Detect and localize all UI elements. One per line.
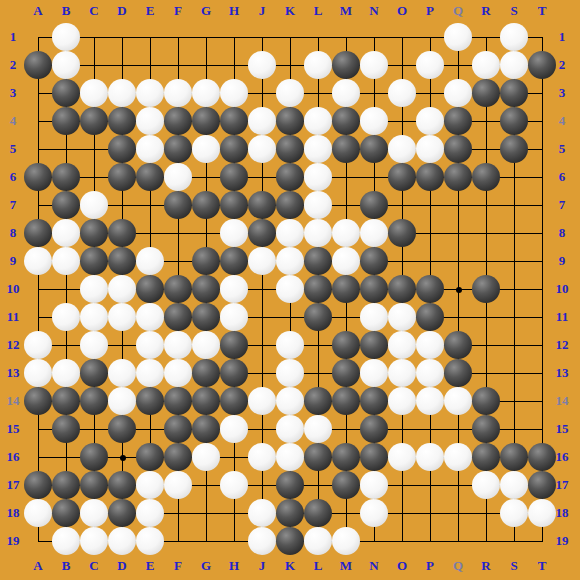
row-label-left: 6 [0, 170, 26, 184]
row-label-left: 13 [0, 366, 26, 380]
stone-white [416, 107, 444, 135]
stone-black [472, 443, 500, 471]
stone-white [52, 219, 80, 247]
column-label-top: L [305, 4, 331, 18]
stone-black [80, 471, 108, 499]
stone-black [52, 387, 80, 415]
column-label-top: E [137, 4, 163, 18]
stone-black [108, 107, 136, 135]
stone-black [164, 191, 192, 219]
row-label-left: 12 [0, 338, 26, 352]
column-label-bottom: J [249, 559, 275, 573]
stone-black [500, 107, 528, 135]
stone-white [52, 527, 80, 555]
stone-black [24, 219, 52, 247]
column-label-top: S [501, 4, 527, 18]
stone-white [248, 499, 276, 527]
stone-black [80, 359, 108, 387]
stone-black [80, 219, 108, 247]
stone-white [388, 443, 416, 471]
stone-white [108, 359, 136, 387]
star-point [120, 455, 126, 461]
stone-black [136, 443, 164, 471]
stone-white [276, 387, 304, 415]
stone-white [388, 331, 416, 359]
column-label-top: G [193, 4, 219, 18]
column-label-bottom: D [109, 559, 135, 573]
stone-white [360, 303, 388, 331]
stone-black [276, 527, 304, 555]
column-label-top: K [277, 4, 303, 18]
stone-black [24, 471, 52, 499]
row-label-left: 3 [0, 86, 26, 100]
row-label-left: 4 [0, 114, 26, 128]
stone-white [276, 331, 304, 359]
stone-black [80, 443, 108, 471]
stone-white [388, 79, 416, 107]
stone-black [192, 191, 220, 219]
stone-black [444, 107, 472, 135]
stone-white [24, 247, 52, 275]
stone-white [220, 79, 248, 107]
row-label-left: 16 [0, 450, 26, 464]
stone-white [332, 79, 360, 107]
stone-black [472, 163, 500, 191]
stone-black [164, 415, 192, 443]
stone-black [388, 219, 416, 247]
stone-white [248, 135, 276, 163]
stone-black [164, 443, 192, 471]
grid-line-vertical [38, 37, 39, 542]
column-label-top: P [417, 4, 443, 18]
stone-black [472, 415, 500, 443]
stone-black [332, 107, 360, 135]
stone-white [108, 303, 136, 331]
go-board[interactable]: AABBCCDDEEFFGGHHJJKKLLMMNNOOPPQQRRSSTT11… [0, 0, 580, 580]
stone-black [192, 387, 220, 415]
column-label-top: T [529, 4, 555, 18]
stone-black [192, 107, 220, 135]
stone-black [528, 471, 556, 499]
stone-black [52, 163, 80, 191]
stone-white [108, 527, 136, 555]
stone-black [304, 443, 332, 471]
stone-black [388, 275, 416, 303]
row-label-right: 6 [549, 170, 575, 184]
stone-white [164, 163, 192, 191]
stone-black [220, 107, 248, 135]
stone-black [52, 191, 80, 219]
column-label-bottom: C [81, 559, 107, 573]
row-label-left: 11 [0, 310, 26, 324]
stone-black [332, 51, 360, 79]
stone-white [80, 331, 108, 359]
stone-white [276, 247, 304, 275]
stone-white [24, 331, 52, 359]
stone-black [52, 499, 80, 527]
stone-black [164, 387, 192, 415]
stone-black [192, 359, 220, 387]
column-label-top: C [81, 4, 107, 18]
stone-black [108, 471, 136, 499]
column-label-bottom: F [165, 559, 191, 573]
row-label-right: 8 [549, 226, 575, 240]
stone-black [80, 387, 108, 415]
column-label-top: F [165, 4, 191, 18]
stone-white [108, 387, 136, 415]
stone-black [192, 275, 220, 303]
stone-white [136, 499, 164, 527]
row-label-right: 19 [549, 534, 575, 548]
column-label-bottom: G [193, 559, 219, 573]
row-label-left: 18 [0, 506, 26, 520]
stone-black [360, 387, 388, 415]
stone-black [220, 135, 248, 163]
stone-white [304, 191, 332, 219]
stone-white [220, 275, 248, 303]
stone-white [248, 107, 276, 135]
stone-black [248, 191, 276, 219]
column-label-top: A [25, 4, 51, 18]
stone-black [360, 191, 388, 219]
stone-black [220, 387, 248, 415]
stone-black [276, 191, 304, 219]
stone-black [220, 163, 248, 191]
stone-black [388, 163, 416, 191]
stone-black [164, 303, 192, 331]
stone-black [332, 135, 360, 163]
row-label-right: 3 [549, 86, 575, 100]
stone-black [108, 415, 136, 443]
row-label-right: 14 [549, 394, 575, 408]
row-label-left: 5 [0, 142, 26, 156]
column-label-bottom: R [473, 559, 499, 573]
stone-black [360, 247, 388, 275]
stone-black [360, 135, 388, 163]
row-label-left: 17 [0, 478, 26, 492]
stone-white [388, 135, 416, 163]
stone-black [332, 471, 360, 499]
stone-white [416, 387, 444, 415]
stone-black [276, 107, 304, 135]
stone-white [500, 51, 528, 79]
row-label-right: 11 [549, 310, 575, 324]
stone-black [52, 107, 80, 135]
stone-white [304, 163, 332, 191]
stone-white [276, 415, 304, 443]
stone-white [248, 387, 276, 415]
stone-white [192, 135, 220, 163]
stone-white [80, 499, 108, 527]
stone-white [220, 303, 248, 331]
stone-white [528, 499, 556, 527]
stone-white [52, 23, 80, 51]
stone-black [108, 163, 136, 191]
stone-white [416, 51, 444, 79]
stone-white [444, 23, 472, 51]
stone-black [332, 275, 360, 303]
stone-white [52, 303, 80, 331]
stone-white [388, 387, 416, 415]
stone-white [80, 303, 108, 331]
stone-black [304, 303, 332, 331]
stone-black [332, 331, 360, 359]
stone-black [136, 163, 164, 191]
stone-black [220, 191, 248, 219]
row-label-right: 12 [549, 338, 575, 352]
row-label-right: 10 [549, 282, 575, 296]
stone-black [444, 163, 472, 191]
stone-black [192, 415, 220, 443]
stone-black [164, 107, 192, 135]
stone-white [164, 471, 192, 499]
row-label-right: 15 [549, 422, 575, 436]
column-label-top: J [249, 4, 275, 18]
stone-black [248, 219, 276, 247]
stone-black [500, 79, 528, 107]
stone-white [388, 359, 416, 387]
stone-black [304, 247, 332, 275]
stone-white [500, 499, 528, 527]
stone-white [276, 275, 304, 303]
stone-black [136, 387, 164, 415]
row-label-left: 7 [0, 198, 26, 212]
stone-white [332, 219, 360, 247]
column-label-top: B [53, 4, 79, 18]
stone-black [108, 499, 136, 527]
stone-black [416, 303, 444, 331]
stone-white [52, 359, 80, 387]
stone-white [500, 471, 528, 499]
row-label-right: 7 [549, 198, 575, 212]
stone-white [136, 303, 164, 331]
stone-white [24, 359, 52, 387]
stone-white [416, 443, 444, 471]
column-label-bottom: O [389, 559, 415, 573]
stone-black [52, 471, 80, 499]
stone-white [248, 443, 276, 471]
stone-black [52, 79, 80, 107]
stone-white [416, 135, 444, 163]
stone-black [276, 499, 304, 527]
column-label-top: R [473, 4, 499, 18]
column-label-top: H [221, 4, 247, 18]
stone-white [136, 79, 164, 107]
stone-black [192, 247, 220, 275]
stone-black [416, 275, 444, 303]
stone-black [80, 247, 108, 275]
stone-white [192, 79, 220, 107]
stone-white [108, 275, 136, 303]
stone-white [136, 107, 164, 135]
stone-white [304, 135, 332, 163]
row-label-left: 15 [0, 422, 26, 436]
stone-white [360, 51, 388, 79]
stone-black [304, 499, 332, 527]
stone-white [136, 331, 164, 359]
row-label-right: 13 [549, 366, 575, 380]
column-label-top: Q [445, 4, 471, 18]
stone-white [136, 359, 164, 387]
stone-white [164, 331, 192, 359]
stone-white [220, 415, 248, 443]
stone-black [472, 79, 500, 107]
stone-white [136, 471, 164, 499]
stone-black [52, 415, 80, 443]
stone-black [276, 471, 304, 499]
stone-white [220, 471, 248, 499]
row-label-left: 8 [0, 226, 26, 240]
stone-black [108, 219, 136, 247]
stone-black [360, 443, 388, 471]
column-label-top: N [361, 4, 387, 18]
column-label-bottom: M [333, 559, 359, 573]
stone-white [192, 443, 220, 471]
stone-white [52, 247, 80, 275]
stone-white [164, 359, 192, 387]
column-label-bottom: B [53, 559, 79, 573]
stone-black [276, 163, 304, 191]
stone-black [24, 387, 52, 415]
stone-black [332, 387, 360, 415]
stone-white [220, 219, 248, 247]
stone-white [248, 247, 276, 275]
stone-white [304, 527, 332, 555]
stone-black [220, 247, 248, 275]
row-label-left: 10 [0, 282, 26, 296]
row-label-left: 2 [0, 58, 26, 72]
stone-black [444, 135, 472, 163]
stone-white [360, 499, 388, 527]
stone-white [80, 527, 108, 555]
stone-black [164, 275, 192, 303]
stone-white [248, 51, 276, 79]
stone-white [500, 23, 528, 51]
stone-white [108, 79, 136, 107]
stone-black [276, 135, 304, 163]
row-label-left: 19 [0, 534, 26, 548]
stone-black [24, 163, 52, 191]
stone-white [360, 471, 388, 499]
stone-black [444, 331, 472, 359]
stone-white [360, 107, 388, 135]
stone-white [388, 303, 416, 331]
stone-black [24, 51, 52, 79]
stone-black [500, 443, 528, 471]
stone-white [332, 247, 360, 275]
stone-black [220, 359, 248, 387]
stone-white [164, 79, 192, 107]
row-label-left: 9 [0, 254, 26, 268]
stone-white [444, 443, 472, 471]
row-label-right: 9 [549, 254, 575, 268]
stone-white [472, 471, 500, 499]
stone-white [136, 135, 164, 163]
stone-white [276, 359, 304, 387]
stone-black [360, 415, 388, 443]
column-label-top: M [333, 4, 359, 18]
stone-black [528, 51, 556, 79]
stone-black [80, 107, 108, 135]
stone-black [304, 275, 332, 303]
column-label-bottom: L [305, 559, 331, 573]
column-label-bottom: N [361, 559, 387, 573]
stone-black [192, 303, 220, 331]
stone-white [304, 219, 332, 247]
row-label-right: 4 [549, 114, 575, 128]
stone-white [248, 527, 276, 555]
stone-black [360, 275, 388, 303]
column-label-top: O [389, 4, 415, 18]
column-label-bottom: A [25, 559, 51, 573]
stone-white [444, 387, 472, 415]
stone-black [416, 163, 444, 191]
stone-white [80, 79, 108, 107]
column-label-bottom: T [529, 559, 555, 573]
stone-black [360, 331, 388, 359]
column-label-bottom: S [501, 559, 527, 573]
stone-black [332, 443, 360, 471]
stone-white [360, 359, 388, 387]
stone-white [304, 107, 332, 135]
stone-black [332, 359, 360, 387]
stone-white [444, 79, 472, 107]
stone-white [304, 415, 332, 443]
column-label-bottom: E [137, 559, 163, 573]
stone-white [360, 219, 388, 247]
stone-white [276, 219, 304, 247]
stone-black [136, 275, 164, 303]
stone-black [304, 387, 332, 415]
stone-white [304, 51, 332, 79]
stone-black [528, 443, 556, 471]
stone-black [500, 135, 528, 163]
stone-white [416, 359, 444, 387]
stone-black [108, 247, 136, 275]
row-label-left: 1 [0, 30, 26, 44]
stone-white [332, 527, 360, 555]
stone-white [24, 499, 52, 527]
stone-black [108, 135, 136, 163]
stone-black [472, 275, 500, 303]
stone-white [472, 51, 500, 79]
stone-white [276, 79, 304, 107]
stone-white [80, 275, 108, 303]
stone-black [164, 135, 192, 163]
column-label-bottom: P [417, 559, 443, 573]
row-label-left: 14 [0, 394, 26, 408]
column-label-bottom: H [221, 559, 247, 573]
row-label-right: 5 [549, 142, 575, 156]
stone-white [136, 247, 164, 275]
stone-white [136, 527, 164, 555]
column-label-bottom: Q [445, 559, 471, 573]
stone-black [220, 331, 248, 359]
stone-white [80, 191, 108, 219]
stone-black [472, 387, 500, 415]
column-label-bottom: K [277, 559, 303, 573]
row-label-right: 1 [549, 30, 575, 44]
stone-white [276, 443, 304, 471]
star-point [456, 287, 462, 293]
column-label-top: D [109, 4, 135, 18]
stone-white [192, 331, 220, 359]
stone-black [444, 359, 472, 387]
stone-white [416, 331, 444, 359]
stone-white [52, 51, 80, 79]
